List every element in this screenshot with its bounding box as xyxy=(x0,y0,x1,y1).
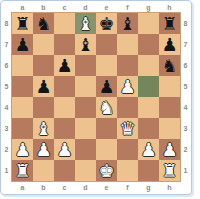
square-g8[interactable] xyxy=(138,13,159,34)
square-e1[interactable]: ♚ xyxy=(96,160,117,181)
square-d5[interactable] xyxy=(75,76,96,97)
white-pawn-icon[interactable]: ♟ xyxy=(140,139,156,160)
square-h7[interactable]: ♟ xyxy=(159,34,180,55)
square-a6[interactable] xyxy=(12,55,33,76)
file-label-h: h xyxy=(159,4,180,11)
rank-label-5: 5 xyxy=(1,83,12,90)
square-g2[interactable]: ♟ xyxy=(138,139,159,160)
square-g5[interactable] xyxy=(138,76,159,97)
square-h5[interactable] xyxy=(159,76,180,97)
rank-label-6: 6 xyxy=(1,62,12,69)
rank-label-3: 3 xyxy=(1,125,12,132)
square-b3[interactable]: ♝ xyxy=(33,118,54,139)
file-label-c: c xyxy=(54,184,75,191)
square-c8[interactable] xyxy=(54,13,75,34)
square-f8[interactable]: ♝ xyxy=(117,13,138,34)
rank-labels-left: 87654321 xyxy=(1,13,12,181)
rank-label-1: 1 xyxy=(180,167,191,174)
white-pawn-icon[interactable]: ♟ xyxy=(35,139,51,160)
square-c3[interactable] xyxy=(54,118,75,139)
square-f2[interactable] xyxy=(117,139,138,160)
file-label-f: f xyxy=(117,184,138,191)
white-pawn-icon[interactable]: ♟ xyxy=(14,139,30,160)
file-label-g: g xyxy=(138,4,159,11)
rank-labels-right: 87654321 xyxy=(180,13,191,181)
square-b4[interactable] xyxy=(33,97,54,118)
black-pawn-icon[interactable]: ♟ xyxy=(98,76,114,97)
square-a2[interactable]: ♟ xyxy=(12,139,33,160)
rank-label-2: 2 xyxy=(1,146,12,153)
square-b2[interactable]: ♟ xyxy=(33,139,54,160)
square-g4[interactable] xyxy=(138,97,159,118)
square-f5[interactable]: ♟ xyxy=(117,76,138,97)
file-labels-bottom: abcdefgh xyxy=(12,181,191,194)
square-c6[interactable]: ♟ xyxy=(54,55,75,76)
square-d8[interactable]: ♝ xyxy=(75,13,96,34)
white-pawn-icon[interactable]: ♟ xyxy=(119,76,135,97)
file-label-h: h xyxy=(159,184,180,191)
black-pawn-icon[interactable]: ♟ xyxy=(56,55,72,76)
square-b1[interactable] xyxy=(33,160,54,181)
square-f1[interactable] xyxy=(117,160,138,181)
chess-board-card: abcdefgh 87654321 ♜♞♝♚♝♜♟♝♟♟♞♟♟♟♞♝♛♟♟♟♟♟… xyxy=(0,0,192,195)
white-rook-icon[interactable]: ♜ xyxy=(14,160,30,181)
square-h2[interactable]: ♟ xyxy=(159,139,180,160)
square-e8[interactable]: ♚ xyxy=(96,13,117,34)
square-d7[interactable]: ♝ xyxy=(75,34,96,55)
white-knight-icon[interactable]: ♞ xyxy=(98,97,114,118)
rank-label-4: 4 xyxy=(180,104,191,111)
square-c5[interactable] xyxy=(54,76,75,97)
square-f3[interactable]: ♛ xyxy=(117,118,138,139)
file-label-f: f xyxy=(117,4,138,11)
rank-label-8: 8 xyxy=(1,20,12,27)
square-a1[interactable]: ♜ xyxy=(12,160,33,181)
square-f7[interactable] xyxy=(117,34,138,55)
square-g7[interactable] xyxy=(138,34,159,55)
square-g6[interactable] xyxy=(138,55,159,76)
black-rook-icon[interactable]: ♜ xyxy=(14,13,30,34)
file-label-b: b xyxy=(33,184,54,191)
white-king-icon[interactable]: ♚ xyxy=(98,160,114,181)
file-label-a: a xyxy=(12,184,33,191)
file-label-d: d xyxy=(75,184,96,191)
white-bishop-icon[interactable]: ♝ xyxy=(35,118,51,139)
square-b7[interactable] xyxy=(33,34,54,55)
square-c2[interactable]: ♟ xyxy=(54,139,75,160)
black-knight-icon[interactable]: ♞ xyxy=(161,55,177,76)
square-a5[interactable] xyxy=(12,76,33,97)
rank-label-4: 4 xyxy=(1,104,12,111)
square-c1[interactable] xyxy=(54,160,75,181)
rank-label-1: 1 xyxy=(1,167,12,174)
black-pawn-icon[interactable]: ♟ xyxy=(14,34,30,55)
square-g1[interactable] xyxy=(138,160,159,181)
square-d3[interactable] xyxy=(75,118,96,139)
square-b8[interactable]: ♞ xyxy=(33,13,54,34)
black-knight-icon[interactable]: ♞ xyxy=(35,13,51,34)
white-queen-icon[interactable]: ♛ xyxy=(119,118,135,139)
square-f4[interactable] xyxy=(117,97,138,118)
rank-label-7: 7 xyxy=(1,41,12,48)
square-d4[interactable] xyxy=(75,97,96,118)
white-pawn-icon[interactable]: ♟ xyxy=(56,139,72,160)
square-e7[interactable] xyxy=(96,34,117,55)
square-a4[interactable] xyxy=(12,97,33,118)
square-e2[interactable] xyxy=(96,139,117,160)
square-b6[interactable] xyxy=(33,55,54,76)
rank-label-3: 3 xyxy=(180,125,191,132)
square-c7[interactable] xyxy=(54,34,75,55)
square-e6[interactable] xyxy=(96,55,117,76)
file-label-d: d xyxy=(75,4,96,11)
square-h1[interactable]: ♜ xyxy=(159,160,180,181)
white-rook-icon[interactable]: ♜ xyxy=(161,160,177,181)
square-h4[interactable] xyxy=(159,97,180,118)
square-e5[interactable]: ♟ xyxy=(96,76,117,97)
square-c4[interactable] xyxy=(54,97,75,118)
black-pawn-icon[interactable]: ♟ xyxy=(35,76,51,97)
square-d1[interactable] xyxy=(75,160,96,181)
square-h3[interactable] xyxy=(159,118,180,139)
black-bishop-icon[interactable]: ♝ xyxy=(77,34,93,55)
square-f6[interactable] xyxy=(117,55,138,76)
file-label-e: e xyxy=(96,184,117,191)
square-e3[interactable] xyxy=(96,118,117,139)
white-bishop-icon[interactable]: ♝ xyxy=(77,13,93,34)
file-label-e: e xyxy=(96,4,117,11)
file-labels-top: abcdefgh xyxy=(12,1,191,13)
square-a7[interactable]: ♟ xyxy=(12,34,33,55)
rank-label-7: 7 xyxy=(180,41,191,48)
black-pawn-icon[interactable]: ♟ xyxy=(161,34,177,55)
square-b5[interactable]: ♟ xyxy=(33,76,54,97)
file-label-a: a xyxy=(12,4,33,11)
file-label-c: c xyxy=(54,4,75,11)
chess-board: ♜♞♝♚♝♜♟♝♟♟♞♟♟♟♞♝♛♟♟♟♟♟♜♚♜ xyxy=(12,13,180,181)
rank-label-8: 8 xyxy=(180,20,191,27)
square-g3[interactable] xyxy=(138,118,159,139)
square-e4[interactable]: ♞ xyxy=(96,97,117,118)
rank-label-2: 2 xyxy=(180,146,191,153)
white-pawn-icon[interactable]: ♟ xyxy=(161,139,177,160)
square-a3[interactable] xyxy=(12,118,33,139)
square-h8[interactable]: ♜ xyxy=(159,13,180,34)
rank-label-6: 6 xyxy=(180,62,191,69)
black-bishop-icon[interactable]: ♝ xyxy=(119,13,135,34)
black-rook-icon[interactable]: ♜ xyxy=(161,13,177,34)
file-label-b: b xyxy=(33,4,54,11)
square-a8[interactable]: ♜ xyxy=(12,13,33,34)
black-king-icon[interactable]: ♚ xyxy=(98,13,114,34)
file-label-g: g xyxy=(138,184,159,191)
rank-label-5: 5 xyxy=(180,83,191,90)
square-d6[interactable] xyxy=(75,55,96,76)
square-d2[interactable] xyxy=(75,139,96,160)
square-h6[interactable]: ♞ xyxy=(159,55,180,76)
